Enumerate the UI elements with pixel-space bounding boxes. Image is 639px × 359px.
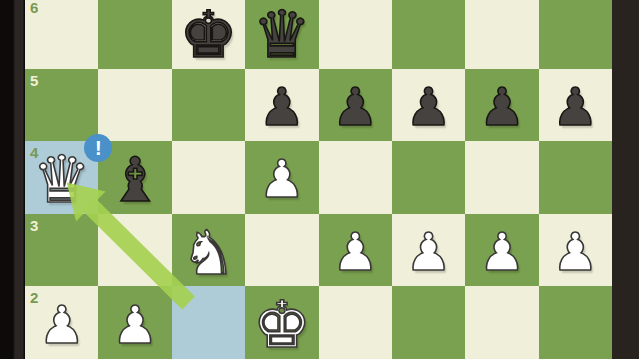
square-d2[interactable]: ♚ [245,286,318,359]
white-queen[interactable]: ♛ [33,147,91,212]
white-pawn[interactable]: ♟ [405,226,452,278]
rank-label-6: 6 [30,0,38,15]
white-pawn[interactable]: ♟ [552,226,599,278]
black-pawn[interactable]: ♟ [332,81,379,133]
square-e2[interactable] [319,286,392,359]
black-pawn[interactable]: ♟ [405,81,452,133]
square-c6[interactable]: ♚ [172,0,245,69]
square-e6[interactable] [319,0,392,69]
square-g5[interactable]: ♟ [465,69,538,142]
white-pawn[interactable]: ♟ [38,299,85,351]
rank-label-2: 2 [30,290,38,305]
square-d6[interactable]: ♛ [245,0,318,69]
black-bishop[interactable]: ♝ [108,149,163,210]
square-a3[interactable]: 3 [25,214,98,287]
white-pawn[interactable]: ♟ [479,226,526,278]
black-pawn[interactable]: ♟ [479,81,526,133]
square-d5[interactable]: ♟ [245,69,318,142]
square-b4[interactable]: ♝ [98,141,171,214]
black-pawn[interactable]: ♟ [259,81,306,133]
black-queen[interactable]: ♛ [253,2,311,67]
rank-label-5: 5 [30,73,38,88]
white-king[interactable]: ♚ [253,292,311,357]
square-h3[interactable]: ♟ [539,214,612,287]
square-f5[interactable]: ♟ [392,69,465,142]
square-c5[interactable] [172,69,245,142]
square-c4[interactable] [172,141,245,214]
square-a4[interactable]: 4♛ [25,141,98,214]
black-pawn[interactable]: ♟ [552,81,599,133]
chess-board: 6♚♛5♟♟♟♟♟4♛♝♟3♞♟♟♟♟2♟♟♚ ! [25,0,612,359]
white-pawn[interactable]: ♟ [112,299,159,351]
square-b3[interactable] [98,214,171,287]
square-b5[interactable] [98,69,171,142]
square-h6[interactable] [539,0,612,69]
square-a2[interactable]: 2♟ [25,286,98,359]
square-f3[interactable]: ♟ [392,214,465,287]
app-background-right [612,0,639,359]
square-d3[interactable] [245,214,318,287]
square-d4[interactable]: ♟ [245,141,318,214]
black-king[interactable]: ♚ [179,2,237,67]
white-pawn[interactable]: ♟ [332,226,379,278]
rank-label-3: 3 [30,218,38,233]
square-e5[interactable]: ♟ [319,69,392,142]
square-g2[interactable] [465,286,538,359]
white-knight[interactable]: ♞ [181,222,236,283]
square-g6[interactable] [465,0,538,69]
square-c3[interactable]: ♞ [172,214,245,287]
board-grid: 6♚♛5♟♟♟♟♟4♛♝♟3♞♟♟♟♟2♟♟♚ [25,0,612,359]
square-g3[interactable]: ♟ [465,214,538,287]
square-h4[interactable] [539,141,612,214]
square-f2[interactable] [392,286,465,359]
square-c2[interactable] [172,286,245,359]
square-f6[interactable] [392,0,465,69]
square-h5[interactable]: ♟ [539,69,612,142]
white-pawn[interactable]: ♟ [259,153,306,205]
square-h2[interactable] [539,286,612,359]
square-e3[interactable]: ♟ [319,214,392,287]
square-b2[interactable]: ♟ [98,286,171,359]
square-e4[interactable] [319,141,392,214]
square-a6[interactable]: 6 [25,0,98,69]
app-background-left [0,0,25,359]
square-a5[interactable]: 5 [25,69,98,142]
square-g4[interactable] [465,141,538,214]
square-b6[interactable] [98,0,171,69]
square-f4[interactable] [392,141,465,214]
